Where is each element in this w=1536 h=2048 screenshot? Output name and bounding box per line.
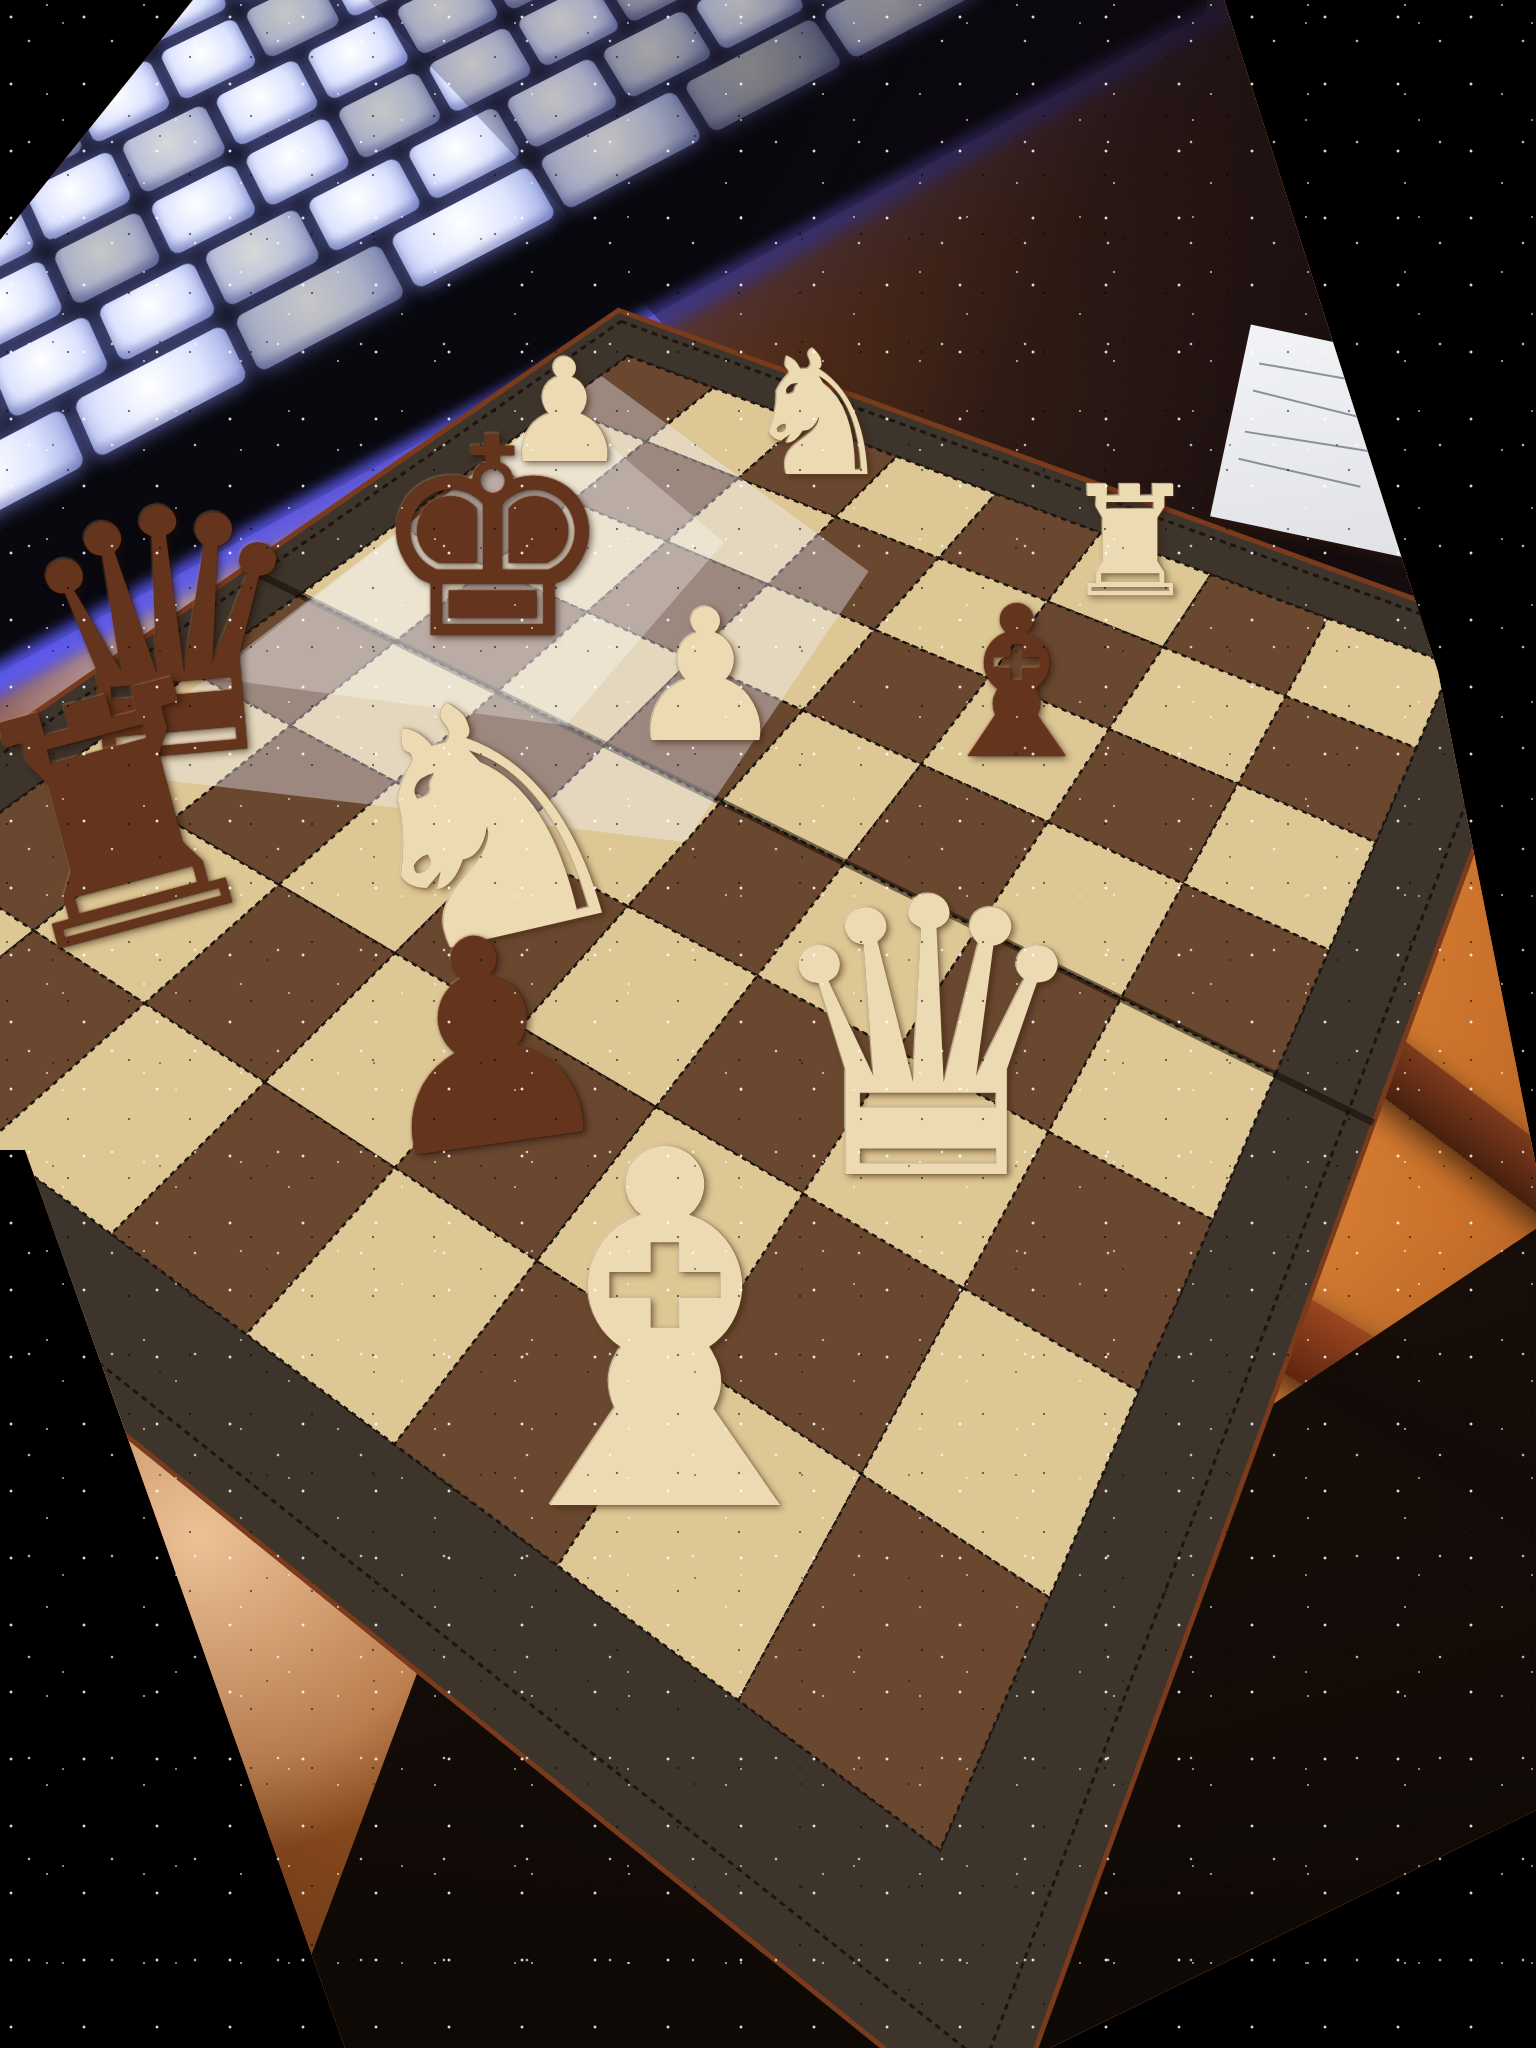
keyboard-key xyxy=(45,2,143,85)
chess-board xyxy=(0,0,1536,2048)
keyboard-key xyxy=(0,43,57,128)
desk-photo: ♟♞♜♚♟♛♝♜♞♟♛♝ xyxy=(0,0,1536,2048)
starry-background: ♟♞♜♚♟♛♝♜♞♟♛♝ xyxy=(0,0,1536,2048)
